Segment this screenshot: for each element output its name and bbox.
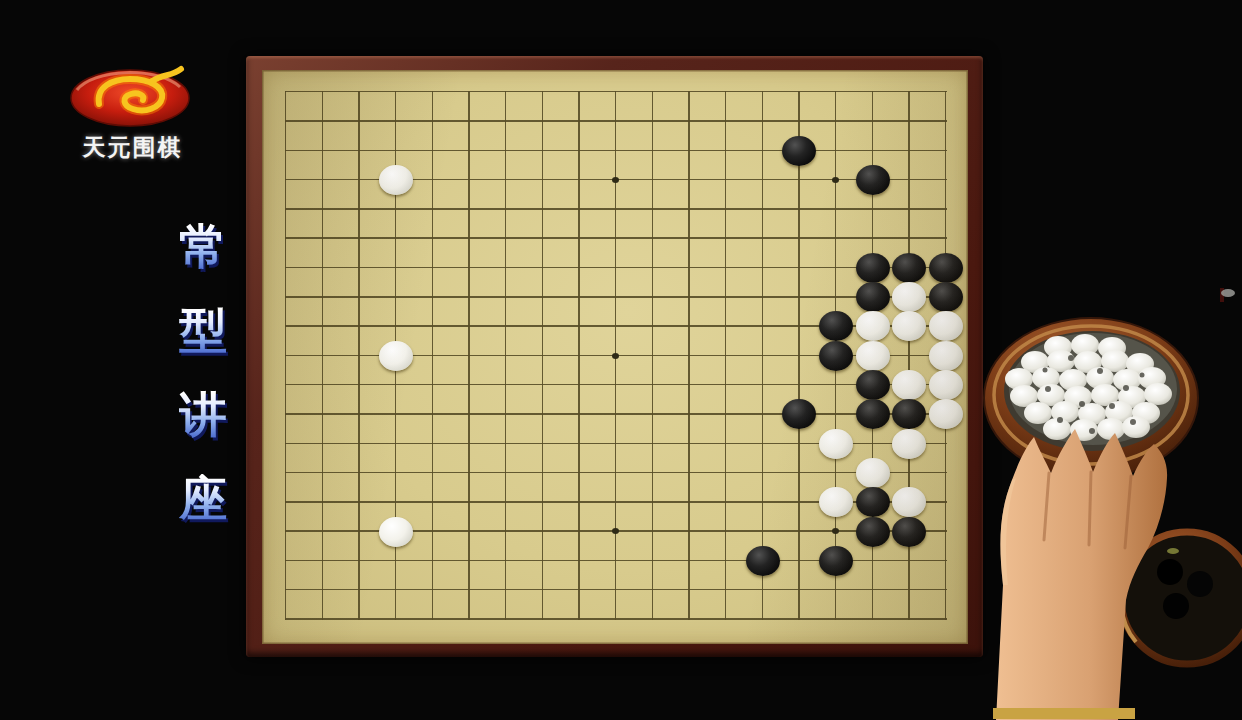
video-speck <box>1220 288 1235 302</box>
white-stone-bowl <box>984 318 1198 478</box>
table-edge <box>993 708 1135 719</box>
scene-overlay <box>0 0 1242 720</box>
tv-frame: { "game": "go", "board_size": 19, "broad… <box>0 0 1242 720</box>
